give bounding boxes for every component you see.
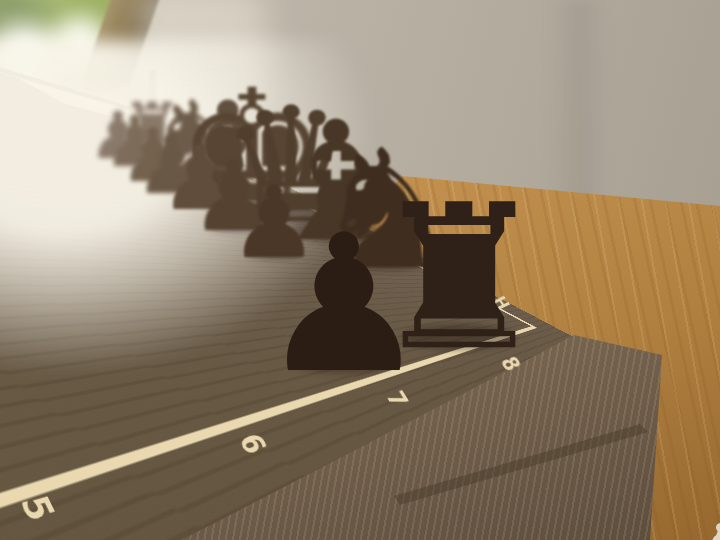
chess-piece-dark-pawn-h7: ♟: [259, 210, 429, 400]
avito-watermark-text: Avito: [712, 517, 720, 540]
product-photo-chess-box: 5678H ♜♞♝♚♛♝♞♜♟♟♟♟♟♟♟♟ Avito: [0, 0, 720, 540]
